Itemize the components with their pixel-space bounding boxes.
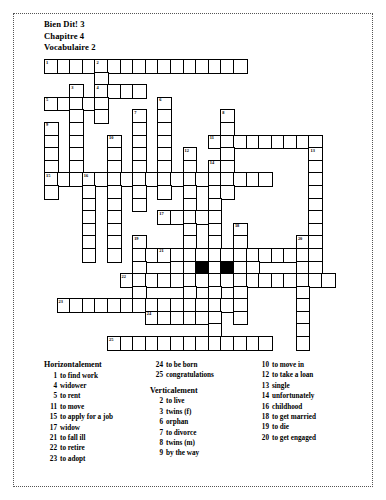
grid-cell[interactable] (259, 173, 272, 186)
grid-cell[interactable]: 24 (146, 312, 159, 325)
grid-cell[interactable] (184, 60, 197, 73)
grid-cell[interactable]: 13 (309, 148, 322, 161)
grid-cell[interactable] (196, 299, 209, 312)
grid-cell[interactable] (133, 60, 146, 73)
grid-cell[interactable] (45, 148, 58, 161)
clue-text: to move (60, 402, 84, 412)
cell-number: 11 (210, 135, 214, 141)
grid-cell[interactable] (171, 337, 184, 350)
grid-cell[interactable] (184, 173, 197, 186)
grid-cell[interactable]: 17 (158, 211, 171, 224)
grid-cell[interactable] (209, 249, 222, 262)
grid-cell[interactable] (171, 274, 184, 287)
grid-cell[interactable] (209, 60, 222, 73)
clue-number: 13 (256, 381, 269, 391)
clue: 2to live (150, 396, 214, 406)
grid-cell[interactable] (95, 173, 108, 186)
grid-cell[interactable] (184, 274, 197, 287)
grid-cell[interactable] (247, 274, 260, 287)
clue-number: 11 (44, 402, 57, 412)
grid-cell[interactable] (108, 173, 121, 186)
clue-text: widower (60, 381, 86, 391)
grid-cell[interactable] (146, 337, 159, 350)
clue-text: congratulations (166, 370, 214, 380)
clue-number: 23 (44, 454, 57, 464)
grid-cell[interactable] (121, 337, 134, 350)
grid-cell[interactable] (221, 161, 234, 174)
grid-cell[interactable] (158, 337, 171, 350)
grid-cell[interactable]: 11 (209, 136, 222, 149)
grid-cell[interactable] (259, 337, 272, 350)
clue-text: to divorce (166, 428, 196, 438)
grid-cell[interactable] (196, 337, 209, 350)
grid-cell[interactable] (209, 312, 222, 325)
cell-number: 19 (134, 236, 138, 242)
grid-cell[interactable] (209, 274, 222, 287)
grid-cell[interactable] (83, 236, 96, 249)
clue-number: 21 (44, 433, 57, 443)
clue-number: 15 (44, 412, 57, 422)
clue-text: single (272, 381, 290, 391)
grid-cell[interactable] (309, 199, 322, 212)
grid-cell[interactable] (83, 199, 96, 212)
grid-cell[interactable] (184, 262, 197, 275)
grid-cell[interactable]: 20 (297, 236, 310, 249)
grid-cell[interactable] (70, 173, 83, 186)
cell-number: 9 (46, 122, 48, 128)
grid-cell[interactable] (259, 136, 272, 149)
cell-number: 8 (222, 110, 224, 116)
grid-cell[interactable]: 1 (45, 60, 58, 73)
grid-cell[interactable] (108, 211, 121, 224)
cell-number: 12 (185, 148, 189, 154)
clue-text: to die (272, 422, 289, 432)
grid-cell[interactable] (247, 337, 260, 350)
grid-cell[interactable] (70, 148, 83, 161)
grid-cell[interactable] (196, 249, 209, 262)
grid-cell[interactable] (259, 274, 272, 287)
grid-cell[interactable] (83, 60, 96, 73)
grid-cell[interactable] (158, 60, 171, 73)
grid-cell[interactable] (221, 299, 234, 312)
grid-cell[interactable] (234, 312, 247, 325)
grid-cell[interactable] (309, 274, 322, 287)
clue-number: 25 (150, 370, 163, 380)
grid-cell[interactable] (158, 274, 171, 287)
grid-cell[interactable] (234, 60, 247, 73)
grid-cell[interactable] (95, 299, 108, 312)
grid-cell[interactable] (171, 60, 184, 73)
grid-cell[interactable] (234, 262, 247, 275)
grid-cell[interactable] (234, 274, 247, 287)
grid-cell[interactable] (184, 312, 197, 325)
grid-cell[interactable] (234, 173, 247, 186)
grid-cell[interactable] (45, 186, 58, 199)
clue: 3twins (f) (150, 407, 214, 417)
grid-cell[interactable] (133, 186, 146, 199)
clue: 8twins (m) (150, 438, 214, 448)
cell-number: 14 (210, 160, 214, 166)
cell-number: 15 (46, 173, 50, 179)
clue: 11to move (44, 402, 113, 412)
grid-cell[interactable] (196, 312, 209, 325)
grid-cell[interactable] (309, 161, 322, 174)
grid-cell[interactable] (209, 199, 222, 212)
grid-cell[interactable] (83, 249, 96, 262)
cell-number: 21 (159, 248, 163, 254)
grid-cell[interactable] (133, 262, 146, 275)
grid-cell[interactable] (184, 224, 197, 237)
grid-cell[interactable] (247, 173, 260, 186)
grid-cell[interactable] (83, 98, 96, 111)
grid-cell[interactable] (108, 199, 121, 212)
clue-text: orphan (166, 417, 188, 427)
grid-cell[interactable] (158, 161, 171, 174)
grid-cell[interactable] (221, 337, 234, 350)
grid-cell[interactable] (133, 136, 146, 149)
across-clues-column: Horizontalement 1to find work4widower5to… (44, 360, 113, 464)
grid-cell[interactable] (171, 299, 184, 312)
grid-cell[interactable] (184, 199, 197, 212)
cell-number: 10 (109, 135, 113, 141)
cell-number: 25 (109, 337, 113, 343)
grid-cell[interactable] (221, 148, 234, 161)
clue-number: 22 (44, 443, 57, 453)
grid-cell[interactable] (108, 224, 121, 237)
clue-text: widow (60, 423, 80, 433)
cell-number: 1 (46, 60, 48, 66)
clue: 13single (256, 381, 316, 391)
grid-cell[interactable] (158, 186, 171, 199)
grid-cell[interactable]: 23 (58, 299, 71, 312)
grid-cell[interactable] (247, 262, 260, 275)
cell-number: 4 (96, 85, 98, 91)
grid-cell[interactable] (70, 136, 83, 149)
grid-cell[interactable] (309, 249, 322, 262)
grid-cell[interactable] (209, 173, 222, 186)
grid-cell[interactable] (309, 224, 322, 237)
grid-cell[interactable]: 2 (95, 60, 108, 73)
grid-cell[interactable] (259, 249, 272, 262)
cell-number: 18 (235, 223, 239, 229)
grid-cell[interactable] (221, 136, 234, 149)
grid-cell[interactable] (95, 98, 108, 111)
grid-cell[interactable] (108, 60, 121, 73)
worksheet-page: { "game": "crossword", "header": { "line… (0, 0, 386, 500)
grid-cell[interactable] (70, 98, 83, 111)
grid-cell[interactable]: 5 (45, 98, 58, 111)
grid-cell[interactable]: 15 (45, 173, 58, 186)
clue-text: childhood (272, 402, 302, 412)
clue: 21to fall ill (44, 433, 113, 443)
clue-text: to adopt (60, 454, 85, 464)
clue-text: by the way (166, 448, 199, 458)
grid-cell[interactable] (234, 299, 247, 312)
grid-cell[interactable]: 4 (95, 85, 108, 98)
title-line-book: Bien Dit! 3 (44, 19, 96, 31)
grid-cell[interactable] (247, 136, 260, 149)
grid-cell[interactable] (196, 60, 209, 73)
clue: 10to move in (256, 360, 316, 370)
grid-cell[interactable] (83, 186, 96, 199)
clue-number: 7 (150, 428, 163, 438)
clue-text: to get married (272, 412, 316, 422)
grid-cell[interactable] (221, 123, 234, 136)
grid-cell[interactable] (108, 161, 121, 174)
grid-cell[interactable] (184, 299, 197, 312)
cell-number: 3 (71, 85, 73, 91)
grid-cell[interactable] (158, 136, 171, 149)
cell-number: 24 (147, 311, 151, 317)
grid-cell[interactable] (121, 299, 134, 312)
grid-cell[interactable] (133, 161, 146, 174)
grid-cell[interactable] (309, 262, 322, 275)
clue-number: 8 (150, 438, 163, 448)
grid-cell[interactable] (158, 173, 171, 186)
grid-cell[interactable] (234, 337, 247, 350)
clue: 16childhood (256, 402, 316, 412)
clue: 18to get married (256, 412, 316, 422)
grid-cell[interactable] (209, 186, 222, 199)
clue: 22to retire (44, 443, 113, 453)
grid-cell[interactable] (108, 148, 121, 161)
grid-cell[interactable]: 14 (209, 161, 222, 174)
grid-cell[interactable] (184, 337, 197, 350)
grid-cell[interactable] (272, 136, 285, 149)
grid-cell[interactable] (121, 173, 134, 186)
grid-cell[interactable] (297, 262, 310, 275)
grid-cell[interactable] (309, 173, 322, 186)
grid-cell[interactable]: 3 (70, 85, 83, 98)
clue: 14unfortunately (256, 391, 316, 401)
grid-cell[interactable] (95, 73, 108, 86)
grid-cell[interactable] (58, 60, 71, 73)
grid-cell[interactable] (70, 123, 83, 136)
grid-cell[interactable] (184, 211, 197, 224)
grid-cell[interactable] (133, 85, 146, 98)
grid-cell[interactable] (158, 312, 171, 325)
clue-number: 3 (150, 407, 163, 417)
grid-cell[interactable] (272, 249, 285, 262)
grid-cell[interactable] (83, 299, 96, 312)
clue-text: twins (m) (166, 438, 195, 448)
grid-cell[interactable] (209, 337, 222, 350)
grid-cell[interactable] (221, 274, 234, 287)
grid-cell[interactable] (133, 299, 146, 312)
grid-cell[interactable]: 25 (108, 337, 121, 350)
clue-number: 9 (150, 448, 163, 458)
cell-number: 16 (84, 173, 88, 179)
grid-cell[interactable] (146, 274, 159, 287)
grid-cell[interactable] (234, 287, 247, 300)
grid-cell[interactable]: 8 (221, 110, 234, 123)
clue-text: to fall ill (60, 433, 86, 443)
grid-cell[interactable] (121, 85, 134, 98)
grid-cell[interactable]: 18 (234, 224, 247, 237)
grid-cell[interactable] (309, 236, 322, 249)
grid-cell[interactable] (184, 186, 197, 199)
grid-cell[interactable] (158, 148, 171, 161)
grid-cell[interactable] (133, 148, 146, 161)
grid-cell[interactable]: 7 (133, 110, 146, 123)
grid-cell[interactable] (297, 312, 310, 325)
grid-cell[interactable] (297, 249, 310, 262)
grid-cell[interactable] (133, 173, 146, 186)
grid-cell[interactable] (171, 211, 184, 224)
grid-cell[interactable] (209, 236, 222, 249)
grid-cell[interactable]: 10 (108, 136, 121, 149)
grid-cell[interactable] (184, 287, 197, 300)
clue-number: 24 (150, 360, 163, 370)
worksheet-title: Bien Dit! 3 Chapitre 4 Vocabulaire 2 (44, 19, 96, 54)
grid-cell[interactable] (158, 110, 171, 123)
grid-cell[interactable] (297, 287, 310, 300)
clue-text: to find work (60, 371, 98, 381)
grid-cell[interactable] (297, 299, 310, 312)
grid-cell[interactable] (322, 274, 335, 287)
clue: 5to rent (44, 391, 113, 401)
clue: 1to find work (44, 371, 113, 381)
grid-cell[interactable] (83, 211, 96, 224)
crossword-grid: 1234567891011121314151617181920212223242… (45, 60, 335, 350)
grid-cell[interactable]: 22 (121, 274, 134, 287)
clue-text: to get engaged (272, 433, 316, 443)
grid-cell[interactable] (171, 312, 184, 325)
clue-text: to move in (272, 360, 304, 370)
clue-text: twins (f) (166, 407, 191, 417)
grid-cell[interactable] (158, 123, 171, 136)
grid-cell[interactable] (108, 236, 121, 249)
grid-cell[interactable] (284, 249, 297, 262)
grid-cell[interactable] (234, 249, 247, 262)
grid-cell[interactable] (297, 274, 310, 287)
clue-text: to rent (60, 391, 80, 401)
grid-cell[interactable] (272, 274, 285, 287)
grid-cell[interactable] (108, 299, 121, 312)
grid-cell[interactable] (297, 337, 310, 350)
clue: 4widower (44, 381, 113, 391)
grid-cell[interactable] (184, 249, 197, 262)
black-cell (196, 262, 209, 275)
grid-cell[interactable] (146, 60, 159, 73)
grid-cell[interactable] (83, 224, 96, 237)
grid-cell[interactable] (146, 299, 159, 312)
grid-cell[interactable] (70, 299, 83, 312)
grid-cell[interactable] (309, 211, 322, 224)
across-heading: Horizontalement (44, 360, 113, 371)
clue-text: to be born (166, 360, 198, 370)
grid-cell[interactable] (209, 299, 222, 312)
down-clues-column: 10to move in12to take a loan13single14un… (256, 360, 316, 443)
grid-cell[interactable] (108, 85, 121, 98)
clue-number: 16 (256, 402, 269, 412)
clue: 17widow (44, 423, 113, 433)
grid-cell[interactable] (209, 324, 222, 337)
cell-number: 22 (122, 274, 126, 280)
grid-cell[interactable] (121, 60, 134, 73)
clue-number: 2 (150, 396, 163, 406)
grid-cell[interactable] (221, 186, 234, 199)
grid-cell[interactable] (58, 98, 71, 111)
cell-number: 2 (96, 60, 98, 66)
grid-cell[interactable] (234, 236, 247, 249)
clue-number: 1 (44, 371, 57, 381)
grid-cell[interactable] (133, 249, 146, 262)
grid-cell[interactable]: 16 (83, 173, 96, 186)
grid-cell[interactable] (221, 249, 234, 262)
grid-cell[interactable]: 6 (158, 98, 171, 111)
grid-cell[interactable] (70, 60, 83, 73)
grid-cell[interactable] (45, 161, 58, 174)
grid-cell[interactable] (108, 249, 121, 262)
grid-cell[interactable] (146, 249, 159, 262)
grid-cell[interactable] (133, 274, 146, 287)
grid-cell[interactable] (209, 287, 222, 300)
grid-cell[interactable] (209, 211, 222, 224)
clue: 15to apply for a job (44, 412, 113, 422)
grid-cell[interactable] (284, 274, 297, 287)
grid-cell[interactable] (133, 199, 146, 212)
grid-cell[interactable] (209, 224, 222, 237)
grid-cell[interactable]: 21 (158, 249, 171, 262)
clue-text: to retire (60, 443, 85, 453)
grid-cell[interactable]: 9 (45, 123, 58, 136)
clue-text: to take a loan (272, 370, 313, 380)
grid-cell[interactable] (70, 110, 83, 123)
grid-cell[interactable] (171, 249, 184, 262)
grid-cell[interactable] (133, 123, 146, 136)
grid-cell[interactable] (297, 324, 310, 337)
grid-cell[interactable] (158, 299, 171, 312)
grid-cell[interactable] (196, 274, 209, 287)
grid-cell[interactable] (171, 173, 184, 186)
clue: 7to divorce (150, 428, 214, 438)
grid-cell[interactable] (58, 173, 71, 186)
grid-cell[interactable]: 19 (133, 236, 146, 249)
grid-cell[interactable] (221, 60, 234, 73)
grid-cell[interactable] (171, 262, 184, 275)
clue-number: 14 (256, 391, 269, 401)
grid-cell[interactable] (133, 287, 146, 300)
clue-text: to apply for a job (60, 412, 113, 422)
grid-cell[interactable] (234, 136, 247, 149)
cell-number: 5 (46, 97, 48, 103)
grid-cell[interactable] (70, 161, 83, 174)
grid-cell[interactable] (146, 173, 159, 186)
grid-cell[interactable] (45, 136, 58, 149)
grid-cell[interactable] (247, 249, 260, 262)
grid-cell[interactable] (133, 337, 146, 350)
grid-cell[interactable] (108, 186, 121, 199)
grid-cell[interactable] (284, 136, 297, 149)
clue: 20to get engaged (256, 433, 316, 443)
grid-cell[interactable] (196, 173, 209, 186)
grid-cell[interactable] (95, 110, 108, 123)
black-cell (221, 262, 234, 275)
clue: 9by the way (150, 448, 214, 458)
grid-cell[interactable] (221, 173, 234, 186)
grid-cell[interactable] (309, 186, 322, 199)
cell-number: 7 (134, 110, 136, 116)
grid-cell[interactable] (209, 262, 222, 275)
grid-cell[interactable] (184, 161, 197, 174)
grid-cell[interactable] (309, 136, 322, 149)
grid-cell[interactable]: 12 (184, 148, 197, 161)
clue-number: 6 (150, 417, 163, 427)
grid-cell[interactable] (184, 236, 197, 249)
grid-cell[interactable] (196, 211, 209, 224)
grid-cell[interactable] (297, 136, 310, 149)
